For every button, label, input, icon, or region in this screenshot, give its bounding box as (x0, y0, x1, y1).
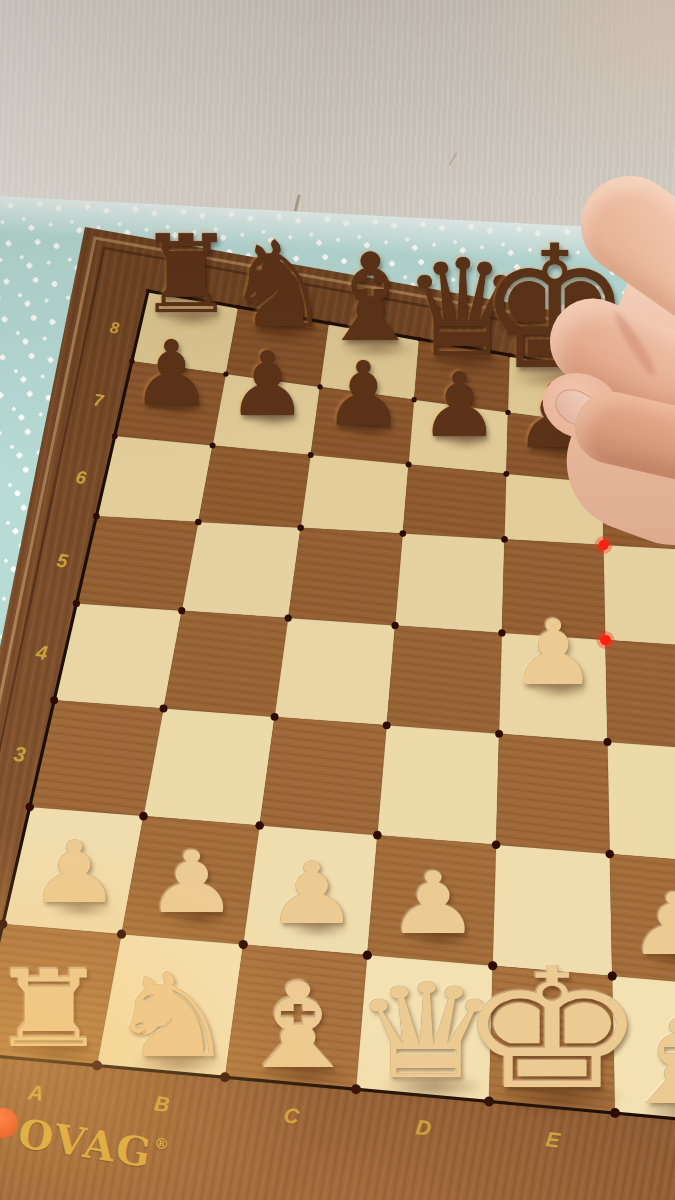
piece-black-pawn-c7[interactable]: ♟ (319, 352, 408, 436)
corner-dot (495, 730, 503, 738)
brand-registered-mark: ® (153, 1134, 173, 1154)
corner-dot (112, 433, 118, 439)
file-label-A: A (26, 1080, 45, 1105)
square-b6[interactable] (198, 446, 310, 528)
corner-dot (271, 713, 279, 721)
square-c3[interactable] (260, 717, 387, 835)
corner-dot (255, 821, 264, 830)
square-c5[interactable] (288, 528, 403, 626)
corner-dot (178, 607, 185, 614)
square-d6[interactable] (403, 464, 507, 539)
square-b3[interactable] (144, 709, 275, 826)
photo-scene: 876543ABCDE ♜♞♝♛♚♝♞♜♟♟♟♟♟♟♟♟♟♟♟♟♟♟♟♟♜♞♝♛… (0, 0, 675, 1200)
square-d3[interactable] (377, 725, 499, 845)
led-e5 (598, 540, 608, 550)
piece-white-bishop-f1[interactable]: ♝ (605, 1006, 675, 1118)
piece-black-pawn-b7[interactable]: ♟ (223, 342, 312, 426)
corner-dot (117, 930, 126, 939)
square-f5[interactable] (604, 545, 675, 648)
corner-dot (210, 443, 216, 449)
square-a6[interactable] (96, 436, 212, 522)
square-f4[interactable] (605, 640, 675, 751)
corner-dot (605, 850, 614, 859)
square-f3[interactable] (608, 742, 675, 864)
square-d4[interactable] (387, 626, 502, 734)
corner-dot (308, 452, 314, 458)
square-b4[interactable] (164, 611, 289, 717)
square-b5[interactable] (182, 522, 301, 618)
piece-black-pawn-d7[interactable]: ♟ (415, 363, 504, 447)
corner-dot (139, 812, 148, 821)
corner-dot (598, 422, 603, 427)
square-f6[interactable] (602, 483, 675, 551)
square-e3[interactable] (496, 734, 610, 854)
file-label-B: B (153, 1091, 171, 1116)
corner-dot (93, 513, 100, 520)
piece-white-pawn-c2[interactable]: ♟ (260, 853, 365, 934)
corner-dot (285, 614, 292, 621)
square-c4[interactable] (275, 618, 396, 725)
corner-dot (400, 530, 407, 537)
corner-dot (373, 831, 382, 840)
piece-black-pawn-e7[interactable]: ♟ (510, 374, 599, 458)
corner-dot (383, 721, 391, 729)
piece-white-pawn-a2[interactable]: ♟ (22, 833, 127, 914)
corner-dot (73, 600, 80, 607)
novag-logo-disc-icon (0, 1106, 20, 1140)
square-c6[interactable] (301, 455, 409, 534)
corner-dot (297, 525, 304, 532)
corner-dot (195, 519, 202, 526)
square-d5[interactable] (395, 534, 504, 633)
file-label-D: D (414, 1115, 432, 1140)
corner-dot (50, 696, 58, 704)
piece-white-pawn-b2[interactable]: ♟ (140, 843, 245, 924)
corner-dot (160, 705, 168, 713)
corner-dot (503, 471, 509, 477)
piece-white-pawn-e4[interactable]: ♟ (504, 611, 602, 697)
piece-black-pawn-f7[interactable]: ♟ (605, 385, 675, 469)
corner-dot (492, 841, 501, 850)
corner-dot (501, 536, 508, 543)
corner-dot (391, 622, 398, 629)
corner-dot (25, 803, 34, 812)
corner-dot (239, 940, 248, 949)
corner-dot (604, 738, 612, 746)
corner-dot (599, 480, 605, 486)
piece-black-pawn-a7[interactable]: ♟ (127, 331, 216, 415)
corner-dot (406, 461, 412, 467)
square-e6[interactable] (505, 474, 604, 545)
